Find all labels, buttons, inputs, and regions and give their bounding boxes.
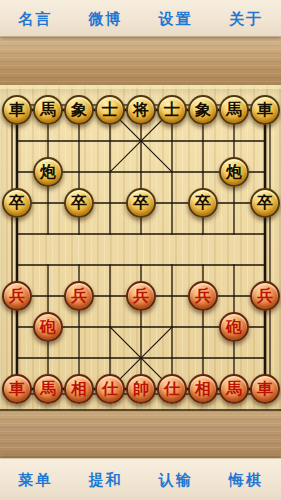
red-soldier[interactable]: 兵 <box>188 281 218 311</box>
quotes-button[interactable]: 名言 <box>10 6 60 33</box>
offer-draw-button[interactable]: 提和 <box>80 467 130 494</box>
settings-button[interactable]: 设置 <box>151 6 201 33</box>
red-elephant[interactable]: 相 <box>64 374 94 404</box>
black-general[interactable]: 将 <box>126 95 156 125</box>
black-horse[interactable]: 馬 <box>33 95 63 125</box>
red-soldier[interactable]: 兵 <box>250 281 280 311</box>
black-cannon[interactable]: 炮 <box>219 157 249 187</box>
xiangqi-app: 名言 微博 设置 关于 <box>0 0 281 500</box>
red-elephant[interactable]: 相 <box>188 374 218 404</box>
red-soldier[interactable]: 兵 <box>126 281 156 311</box>
black-advisor[interactable]: 士 <box>157 95 187 125</box>
black-advisor[interactable]: 士 <box>95 95 125 125</box>
resign-button[interactable]: 认输 <box>151 467 201 494</box>
about-button[interactable]: 关于 <box>221 6 271 33</box>
black-chariot[interactable]: 車 <box>250 95 280 125</box>
black-soldier[interactable]: 卒 <box>126 188 156 218</box>
black-elephant[interactable]: 象 <box>188 95 218 125</box>
xiangqi-board[interactable]: 車馬象士将士象馬車炮炮卒卒卒卒卒兵兵兵兵兵砲砲車馬相仕帥仕相馬車 <box>0 85 281 411</box>
red-soldier[interactable]: 兵 <box>64 281 94 311</box>
pieces-layer: 車馬象士将士象馬車炮炮卒卒卒卒卒兵兵兵兵兵砲砲車馬相仕帥仕相馬車 <box>0 85 281 411</box>
black-soldier[interactable]: 卒 <box>188 188 218 218</box>
black-soldier[interactable]: 卒 <box>64 188 94 218</box>
black-elephant[interactable]: 象 <box>64 95 94 125</box>
red-advisor[interactable]: 仕 <box>157 374 187 404</box>
red-advisor[interactable]: 仕 <box>95 374 125 404</box>
black-chariot[interactable]: 車 <box>2 95 32 125</box>
black-cannon[interactable]: 炮 <box>33 157 63 187</box>
red-cannon[interactable]: 砲 <box>33 312 63 342</box>
menu-button[interactable]: 菜单 <box>10 467 60 494</box>
red-chariot[interactable]: 車 <box>250 374 280 404</box>
bottom-bar: 菜单 提和 认输 悔棋 <box>0 458 281 500</box>
red-soldier[interactable]: 兵 <box>2 281 32 311</box>
red-horse[interactable]: 馬 <box>219 374 249 404</box>
weibo-button[interactable]: 微博 <box>80 6 130 33</box>
black-horse[interactable]: 馬 <box>219 95 249 125</box>
red-horse[interactable]: 馬 <box>33 374 63 404</box>
black-soldier[interactable]: 卒 <box>2 188 32 218</box>
table-wood-top <box>0 37 281 85</box>
undo-move-button[interactable]: 悔棋 <box>221 467 271 494</box>
black-soldier[interactable]: 卒 <box>250 188 280 218</box>
top-bar: 名言 微博 设置 关于 <box>0 0 281 37</box>
table-wood-bottom <box>0 411 281 458</box>
red-general[interactable]: 帥 <box>126 374 156 404</box>
red-chariot[interactable]: 車 <box>2 374 32 404</box>
red-cannon[interactable]: 砲 <box>219 312 249 342</box>
